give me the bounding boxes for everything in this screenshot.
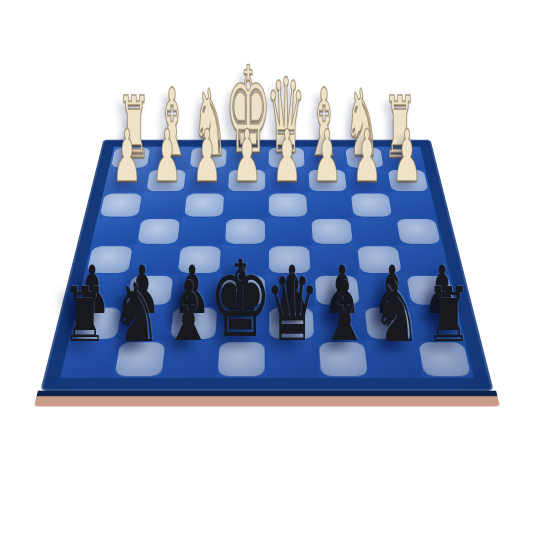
square-a5	[399, 245, 450, 274]
square-b2	[346, 169, 390, 193]
square-h2	[103, 169, 148, 193]
square-g1	[148, 147, 190, 169]
square-h4	[91, 218, 140, 245]
square-b5	[355, 245, 404, 274]
square-a1	[381, 147, 424, 169]
square-h7	[68, 306, 124, 340]
square-h1	[108, 147, 151, 169]
square-c7	[314, 306, 366, 340]
square-a8	[415, 341, 473, 378]
square-d5	[267, 245, 313, 274]
square-d4	[267, 218, 311, 245]
square-d8	[267, 341, 319, 378]
chess-board-scene: ♜♞♝♛♚♝♞♜♟♟♟♟♟♟♟♟♟♟♟♟♟♟♟♟♜♞♝♛♚♞♝♜	[0, 0, 533, 533]
square-d3	[267, 192, 309, 217]
square-e5	[221, 245, 267, 274]
square-c5	[311, 245, 358, 274]
square-g3	[139, 192, 184, 217]
square-c4	[309, 218, 355, 245]
square-f5	[175, 245, 222, 274]
square-a7	[409, 306, 465, 340]
square-h6	[76, 274, 129, 306]
square-h3	[97, 192, 144, 217]
square-b4	[351, 218, 398, 245]
square-b8	[366, 341, 422, 378]
square-b1	[343, 147, 385, 169]
square-f3	[182, 192, 226, 217]
square-c3	[307, 192, 351, 217]
square-e6	[219, 274, 267, 306]
square-a2	[385, 169, 430, 193]
square-g2	[144, 169, 188, 193]
board-grid	[59, 147, 473, 378]
square-e3	[224, 192, 266, 217]
square-f6	[171, 274, 220, 306]
square-e7	[217, 306, 267, 340]
square-f1	[187, 147, 228, 169]
chess-set-photo: ♜♞♝♛♚♝♞♜♟♟♟♟♟♟♟♟♟♟♟♟♟♟♟♟♜♞♝♛♚♞♝♜	[0, 0, 533, 533]
square-b6	[358, 274, 409, 306]
square-c6	[312, 274, 361, 306]
square-a6	[404, 274, 457, 306]
square-a3	[389, 192, 436, 217]
square-d6	[267, 274, 315, 306]
chess-board	[40, 140, 493, 391]
square-e4	[223, 218, 267, 245]
square-d1	[267, 147, 307, 169]
square-e8	[215, 341, 267, 378]
board-front-edge	[33, 391, 499, 407]
square-g8	[111, 341, 167, 378]
square-f4	[179, 218, 225, 245]
square-c2	[306, 169, 348, 193]
square-f2	[185, 169, 227, 193]
square-g4	[135, 218, 182, 245]
square-d2	[267, 169, 308, 193]
square-c1	[305, 147, 346, 169]
square-h5	[84, 245, 135, 274]
square-c8	[316, 341, 370, 378]
square-b7	[362, 306, 416, 340]
square-e2	[226, 169, 267, 193]
square-a4	[394, 218, 443, 245]
square-h8	[59, 341, 117, 378]
square-b3	[348, 192, 393, 217]
square-g7	[118, 306, 172, 340]
square-f8	[163, 341, 217, 378]
square-g6	[124, 274, 175, 306]
square-f7	[167, 306, 219, 340]
square-g5	[129, 245, 178, 274]
square-d7	[267, 306, 317, 340]
square-e1	[227, 147, 267, 169]
